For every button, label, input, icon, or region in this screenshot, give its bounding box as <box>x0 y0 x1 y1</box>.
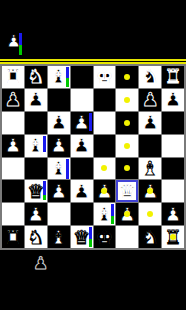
square-g8[interactable]: ♞ <box>139 66 161 88</box>
legal-move-dot <box>124 165 130 171</box>
square-d2[interactable] <box>71 203 93 225</box>
piece-black-knight: ♞ <box>139 66 161 88</box>
legal-move-dot <box>124 211 130 217</box>
legal-move-dot <box>101 188 107 194</box>
square-f2[interactable]: ♟ <box>116 203 138 225</box>
square-c6[interactable]: ♟ <box>48 112 70 134</box>
square-f7[interactable] <box>116 89 138 111</box>
legal-move-dot <box>124 143 130 149</box>
square-e8[interactable]: ♚ <box>94 66 116 88</box>
piece-eval-bar <box>89 227 92 247</box>
piece-eval-bar <box>89 113 92 131</box>
legal-move-dot <box>170 234 176 240</box>
square-e3[interactable]: ♟ <box>94 180 116 202</box>
square-f1[interactable] <box>116 226 138 248</box>
square-d6[interactable]: ♟ <box>71 112 93 134</box>
square-g2[interactable] <box>139 203 161 225</box>
piece-black-pawn: ♟ <box>25 89 47 111</box>
piece-eval-bar <box>43 181 46 200</box>
eval-bar-segment <box>43 195 46 200</box>
square-c2[interactable] <box>48 203 70 225</box>
square-f6[interactable] <box>116 112 138 134</box>
piece-eval-bar <box>66 67 69 87</box>
square-e6[interactable] <box>94 112 116 134</box>
square-g7[interactable]: ♟ <box>139 89 161 111</box>
piece-white-knight: ♞ <box>139 226 161 248</box>
square-f8[interactable] <box>116 66 138 88</box>
square-a7[interactable]: ♟ <box>2 89 24 111</box>
square-c7[interactable] <box>48 89 70 111</box>
eval-bar-segment <box>43 181 46 195</box>
square-g3[interactable]: ♟ <box>139 180 161 202</box>
piece-black-queen: ♛ <box>116 180 138 202</box>
black-player-pawn-icon: ♟ <box>33 255 48 272</box>
square-h2[interactable]: ♟ <box>162 203 184 225</box>
piece-white-pawn: ♟ <box>162 203 184 225</box>
piece-eval-bar <box>66 159 69 179</box>
square-c1[interactable]: ♝ <box>48 226 70 248</box>
square-b5[interactable]: ♝ <box>25 135 47 157</box>
square-d5[interactable]: ♟ <box>71 135 93 157</box>
legal-move-dot <box>101 165 107 171</box>
eval-bar-segment <box>111 216 114 224</box>
legal-move-dot <box>124 97 130 103</box>
piece-black-pawn: ♟ <box>139 89 161 111</box>
square-c8[interactable]: ♝ <box>48 66 70 88</box>
piece-white-rook: ♜ <box>2 226 24 248</box>
square-b4[interactable] <box>25 158 47 180</box>
square-a4[interactable] <box>2 158 24 180</box>
square-h1[interactable]: ♜ <box>162 226 184 248</box>
eval-bar-segment <box>66 78 69 87</box>
piece-black-pawn: ♟ <box>71 180 93 202</box>
piece-white-bishop: ♝ <box>48 226 70 248</box>
eval-bar-segment <box>66 67 69 78</box>
square-b1[interactable]: ♞ <box>25 226 47 248</box>
square-g1[interactable]: ♞ <box>139 226 161 248</box>
piece-white-bishop: ♝ <box>139 158 161 180</box>
square-h4[interactable] <box>162 158 184 180</box>
square-a3[interactable] <box>2 180 24 202</box>
eval-bar-segment <box>43 136 46 152</box>
eval-bar-segment <box>19 45 22 55</box>
piece-white-pawn: ♟ <box>2 135 24 157</box>
app-window: ♟ ♜♞♝♚♞♜♟♟♟♟♟♟♟♟♝♟♟♝♝♛♟♟♟♛♟♟♝♟♟♜♞♝♛♚♞♜ ♟ <box>0 0 186 310</box>
square-f4[interactable] <box>116 158 138 180</box>
square-h3[interactable] <box>162 180 184 202</box>
square-h5[interactable] <box>162 135 184 157</box>
square-b8[interactable]: ♞ <box>25 66 47 88</box>
legal-move-dot <box>124 120 130 126</box>
piece-white-pawn: ♟ <box>48 180 70 202</box>
eval-bar-segment <box>111 204 114 216</box>
piece-white-king: ♚ <box>94 226 116 248</box>
square-b2[interactable]: ♟ <box>25 203 47 225</box>
square-a5[interactable]: ♟ <box>2 135 24 157</box>
eval-bar-segment <box>89 239 92 247</box>
square-b3[interactable]: ♛ <box>25 180 47 202</box>
eval-bar-segment <box>66 159 69 179</box>
piece-black-pawn: ♟ <box>48 112 70 134</box>
square-h6[interactable] <box>162 112 184 134</box>
square-e4[interactable] <box>94 158 116 180</box>
square-h7[interactable]: ♟ <box>162 89 184 111</box>
square-g6[interactable]: ♟ <box>139 112 161 134</box>
white-player-eval-bar <box>19 33 22 55</box>
square-c4[interactable]: ♝ <box>48 158 70 180</box>
square-e7[interactable] <box>94 89 116 111</box>
square-e2[interactable]: ♝ <box>94 203 116 225</box>
square-g4[interactable]: ♝ <box>139 158 161 180</box>
eval-bar-segment <box>89 113 92 131</box>
legal-move-dot <box>147 188 153 194</box>
piece-eval-bar <box>111 204 114 224</box>
square-b7[interactable]: ♟ <box>25 89 47 111</box>
piece-white-pawn: ♟ <box>25 203 47 225</box>
piece-black-rook: ♜ <box>2 66 24 88</box>
piece-eval-bar <box>43 136 46 152</box>
square-a1[interactable]: ♜ <box>2 226 24 248</box>
piece-black-knight: ♞ <box>25 66 47 88</box>
square-h8[interactable]: ♜ <box>162 66 184 88</box>
eval-bar-segment <box>19 33 22 45</box>
square-a6[interactable] <box>2 112 24 134</box>
square-e1[interactable]: ♚ <box>94 226 116 248</box>
square-d1[interactable]: ♛ <box>71 226 93 248</box>
legal-move-dot <box>124 74 130 80</box>
piece-black-rook: ♜ <box>162 66 184 88</box>
square-a8[interactable]: ♜ <box>2 66 24 88</box>
eval-bar-segment <box>89 227 92 239</box>
legal-move-dot <box>147 211 153 217</box>
square-d8[interactable] <box>71 66 93 88</box>
piece-black-pawn: ♟ <box>139 112 161 134</box>
square-e5[interactable] <box>94 135 116 157</box>
square-d3[interactable]: ♟ <box>71 180 93 202</box>
square-b6[interactable] <box>25 112 47 134</box>
piece-black-king: ♚ <box>94 66 116 88</box>
square-f5[interactable] <box>116 135 138 157</box>
piece-black-pawn: ♟ <box>2 89 24 111</box>
piece-black-pawn: ♟ <box>162 89 184 111</box>
piece-white-knight: ♞ <box>25 226 47 248</box>
square-a2[interactable] <box>2 203 24 225</box>
square-f3[interactable]: ♛ <box>116 180 138 202</box>
square-d7[interactable] <box>71 89 93 111</box>
piece-black-pawn: ♟ <box>71 135 93 157</box>
chess-board: ♜♞♝♚♞♜♟♟♟♟♟♟♟♟♝♟♟♝♝♛♟♟♟♛♟♟♝♟♟♜♞♝♛♚♞♜ <box>0 64 186 250</box>
square-c5[interactable]: ♟ <box>48 135 70 157</box>
square-c3[interactable]: ♟ <box>48 180 70 202</box>
square-g5[interactable] <box>139 135 161 157</box>
square-d4[interactable] <box>71 158 93 180</box>
piece-white-pawn: ♟ <box>48 135 70 157</box>
